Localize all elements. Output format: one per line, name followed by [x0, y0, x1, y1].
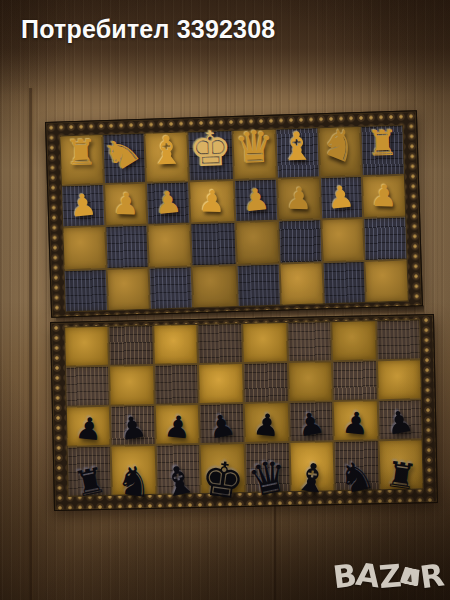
square-a8: ♜: [379, 440, 422, 489]
black-king: ♚: [199, 453, 248, 506]
square-h8: ♜: [68, 447, 111, 496]
white-knight: ♞: [96, 127, 148, 180]
white-queen: ♛: [234, 125, 275, 170]
square-d5: [243, 323, 286, 362]
square-f8: ♝: [157, 445, 200, 494]
white-pawn: ♟: [198, 186, 226, 217]
black-bishop: ♝: [157, 458, 199, 504]
white-king: ♚: [188, 124, 233, 173]
black-pawn: ♟: [162, 411, 192, 444]
square-a6: [378, 360, 421, 399]
square-c6: [289, 362, 332, 401]
square-b5: [332, 321, 375, 360]
square-e2: ♟: [190, 181, 234, 223]
square-f4: [150, 267, 192, 309]
square-c3: [279, 221, 321, 263]
white-pawn: ♟: [285, 184, 313, 215]
white-rook: ♜: [65, 135, 97, 171]
white-pawn: ♟: [327, 181, 357, 214]
square-e6: [199, 364, 243, 403]
white-pawn: ♟: [241, 184, 271, 217]
square-d4: [238, 264, 280, 306]
black-bishop: ♝: [292, 456, 332, 499]
square-g7: ♟: [111, 406, 154, 445]
square-c8: ♝: [290, 442, 333, 491]
square-d3: [236, 222, 278, 264]
black-pawn: ♟: [206, 409, 238, 443]
square-d7: ♟: [245, 403, 288, 442]
square-e4: [193, 266, 237, 308]
black-knight: ♞: [335, 453, 379, 500]
board-top-half-white-side: ♜♞♝♚♛♝♞♜♟♟♟♟♟♟♟♟: [45, 110, 423, 318]
white-bishop: ♝: [279, 126, 315, 166]
square-h1: ♜: [60, 135, 102, 184]
square-c2: ♟: [278, 178, 320, 220]
square-h4: [65, 270, 107, 312]
square-f7: ♟: [156, 405, 199, 444]
black-pawn: ♟: [384, 406, 416, 440]
square-h2: ♟: [62, 185, 104, 227]
square-g3: [106, 226, 148, 268]
square-c4: [280, 263, 322, 305]
black-pawn: ♟: [341, 407, 371, 440]
white-knight: ♞: [316, 119, 364, 170]
square-a1: ♜: [362, 126, 404, 175]
black-queen: ♛: [244, 453, 292, 504]
black-rook: ♜: [71, 462, 109, 503]
square-f6: [155, 365, 198, 404]
square-a2: ♟: [363, 176, 405, 218]
square-b4: [323, 262, 365, 304]
bazar-letter-a: A: [354, 559, 381, 593]
table-seam-bottom: [274, 502, 276, 600]
chess-grid-bottom: ♟♟♟♟♟♟♟♟♜♞♝♚♛♝♞♜: [64, 319, 423, 496]
white-pawn: ♟: [370, 181, 398, 212]
table-seam-left: [29, 88, 32, 600]
square-d2: ♟: [235, 180, 277, 222]
black-rook: ♜: [383, 456, 419, 495]
black-pawn: ♟: [295, 407, 327, 441]
square-c1: ♝: [276, 128, 318, 177]
square-c5: [288, 322, 331, 361]
square-d6: [244, 363, 287, 402]
seller-user-label: Потребител 3392308: [21, 15, 275, 44]
white-rook: ♜: [366, 125, 398, 161]
black-pawn: ♟: [74, 413, 104, 446]
square-a3: [365, 218, 407, 260]
white-bishop: ♝: [149, 130, 185, 170]
square-f3: [149, 225, 191, 267]
square-e1: ♚: [189, 131, 234, 180]
square-b2: ♟: [320, 177, 362, 219]
square-a7: ♟: [378, 400, 421, 439]
white-pawn: ♟: [68, 190, 98, 223]
square-e8: ♚: [201, 444, 245, 493]
square-c7: ♟: [290, 402, 333, 441]
square-e7: ♟: [200, 404, 244, 443]
square-b1: ♞: [319, 127, 361, 176]
black-pawn: ♟: [117, 411, 149, 445]
bazar-letter-r: R: [418, 560, 445, 594]
square-a5: [377, 320, 420, 359]
square-h6: [66, 367, 109, 406]
square-b3: [322, 219, 364, 261]
square-d1: ♛: [234, 130, 276, 179]
square-b6: [333, 361, 376, 400]
black-pawn: ♟: [252, 409, 282, 442]
square-h5: [65, 327, 108, 366]
square-h3: [63, 227, 105, 269]
board-bottom-half-black-side: ♟♟♟♟♟♟♟♟♜♞♝♚♛♝♞♜: [50, 314, 438, 511]
square-e5: [198, 324, 242, 363]
square-f5: [154, 325, 197, 364]
bazar-watermark: B A Z R: [333, 560, 443, 591]
square-b8: ♞: [335, 441, 378, 490]
white-pawn: ♟: [153, 187, 183, 220]
photo-canvas: ♜♞♝♚♛♝♞♜♟♟♟♟♟♟♟♟ ♟♟♟♟♟♟♟♟♜♞♝♚♛♝♞♜ Потреб…: [0, 0, 450, 600]
square-g6: [110, 366, 153, 405]
square-e3: [191, 223, 235, 265]
square-g5: [110, 326, 153, 365]
square-a4: [366, 260, 408, 302]
square-h7: ♟: [67, 407, 110, 446]
square-b7: ♟: [334, 401, 377, 440]
square-f1: ♝: [146, 132, 188, 181]
square-d8: ♛: [246, 443, 289, 492]
white-pawn: ♟: [112, 189, 140, 220]
square-g2: ♟: [105, 184, 147, 226]
chess-grid-top: ♜♞♝♚♛♝♞♜♟♟♟♟♟♟♟♟: [59, 125, 408, 313]
square-g4: [107, 268, 149, 310]
black-knight: ♞: [114, 459, 155, 503]
square-g8: ♞: [112, 446, 155, 495]
bazar-letter-z: Z: [377, 560, 401, 593]
square-g1: ♞: [103, 134, 145, 183]
square-f2: ♟: [147, 182, 189, 224]
